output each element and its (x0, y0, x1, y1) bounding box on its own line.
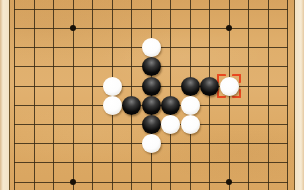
grid-line-horizontal (14, 9, 288, 10)
white-stone (161, 115, 180, 134)
star-point (70, 25, 76, 31)
star-point (226, 25, 232, 31)
white-stone (103, 96, 122, 115)
white-stone (220, 77, 239, 96)
black-stone (200, 77, 219, 96)
white-stone (181, 96, 200, 115)
black-stone (181, 77, 200, 96)
grid-line-horizontal (14, 28, 288, 29)
board-frame-right (294, 0, 304, 190)
black-stone (142, 96, 161, 115)
black-stone (142, 115, 161, 134)
black-stone (122, 96, 141, 115)
white-stone (103, 77, 122, 96)
grid-line-horizontal (14, 162, 288, 163)
grid-line-horizontal (14, 182, 288, 183)
black-stone (161, 96, 180, 115)
white-stone (142, 134, 161, 153)
white-stone (142, 38, 161, 57)
black-stone (142, 77, 161, 96)
star-point (226, 179, 232, 185)
gomoku-board-screenshot (0, 0, 304, 190)
white-stone (181, 115, 200, 134)
black-stone (142, 57, 161, 76)
star-point (70, 179, 76, 185)
board[interactable] (0, 0, 304, 190)
board-frame-left (0, 0, 10, 190)
